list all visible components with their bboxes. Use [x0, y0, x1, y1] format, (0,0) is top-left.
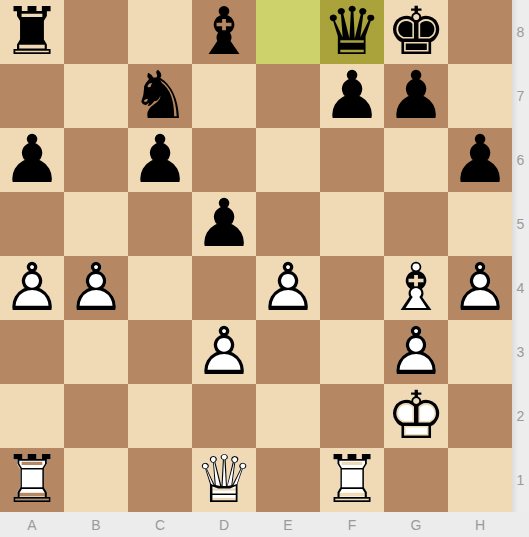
square-e2[interactable] — [256, 384, 320, 448]
file-label-h: H — [448, 512, 512, 537]
black-king-icon: ♚ — [384, 0, 448, 64]
white-pawn-icon: ♟♙ — [256, 256, 320, 320]
square-e3[interactable] — [256, 320, 320, 384]
square-a5[interactable] — [0, 192, 64, 256]
white-pawn-icon: ♟♙ — [64, 256, 128, 320]
white-bishop-icon: ♝♗ — [384, 256, 448, 320]
square-d7[interactable] — [192, 64, 256, 128]
square-a6[interactable]: ♟ — [0, 128, 64, 192]
square-g7[interactable]: ♟ — [384, 64, 448, 128]
square-g4[interactable]: ♝♗ — [384, 256, 448, 320]
square-b8[interactable] — [64, 0, 128, 64]
square-f8[interactable]: ♛ — [320, 0, 384, 64]
file-labels: ABCDEFGH — [0, 512, 529, 537]
file-label-b: B — [64, 512, 128, 537]
square-f3[interactable] — [320, 320, 384, 384]
square-f1[interactable]: ♜♖ — [320, 448, 384, 512]
file-label-g: G — [384, 512, 448, 537]
white-pawn-icon: ♟♙ — [384, 320, 448, 384]
rank-label-4: 4 — [512, 256, 529, 320]
square-h5[interactable] — [448, 192, 512, 256]
black-rook-icon: ♜ — [0, 0, 64, 64]
square-b7[interactable] — [64, 64, 128, 128]
square-f7[interactable]: ♟ — [320, 64, 384, 128]
rank-label-1: 1 — [512, 448, 529, 512]
square-c7[interactable]: ♞ — [128, 64, 192, 128]
white-pawn-icon: ♟♙ — [448, 256, 512, 320]
square-a3[interactable] — [0, 320, 64, 384]
square-h4[interactable]: ♟♙ — [448, 256, 512, 320]
square-b3[interactable] — [64, 320, 128, 384]
square-d2[interactable] — [192, 384, 256, 448]
square-h1[interactable] — [448, 448, 512, 512]
black-pawn-icon: ♟ — [128, 128, 192, 192]
square-c6[interactable]: ♟ — [128, 128, 192, 192]
square-f4[interactable] — [320, 256, 384, 320]
rank-label-2: 2 — [512, 384, 529, 448]
square-g3[interactable]: ♟♙ — [384, 320, 448, 384]
rank-label-7: 7 — [512, 64, 529, 128]
black-queen-icon: ♛ — [320, 0, 384, 64]
square-d4[interactable] — [192, 256, 256, 320]
square-e7[interactable] — [256, 64, 320, 128]
black-bishop-icon: ♝ — [192, 0, 256, 64]
square-e8[interactable] — [256, 0, 320, 64]
square-g1[interactable] — [384, 448, 448, 512]
square-a7[interactable] — [0, 64, 64, 128]
square-c8[interactable] — [128, 0, 192, 64]
square-c2[interactable] — [128, 384, 192, 448]
board: ♜♝♛♚♞♟♟♟♟♟♟♟♙♟♙♟♙♝♗♟♙♟♙♟♙♚♔♜♖♛♕♜♖ — [0, 0, 512, 512]
square-d6[interactable] — [192, 128, 256, 192]
black-pawn-icon: ♟ — [0, 128, 64, 192]
square-h8[interactable] — [448, 0, 512, 64]
square-e4[interactable]: ♟♙ — [256, 256, 320, 320]
white-rook-icon: ♜♖ — [320, 448, 384, 512]
square-d8[interactable]: ♝ — [192, 0, 256, 64]
square-b2[interactable] — [64, 384, 128, 448]
white-king-icon: ♚♔ — [384, 384, 448, 448]
square-g6[interactable] — [384, 128, 448, 192]
square-a2[interactable] — [0, 384, 64, 448]
square-b4[interactable]: ♟♙ — [64, 256, 128, 320]
square-d5[interactable]: ♟ — [192, 192, 256, 256]
square-b5[interactable] — [64, 192, 128, 256]
square-a4[interactable]: ♟♙ — [0, 256, 64, 320]
square-d1[interactable]: ♛♕ — [192, 448, 256, 512]
black-pawn-icon: ♟ — [384, 64, 448, 128]
square-f5[interactable] — [320, 192, 384, 256]
black-pawn-icon: ♟ — [320, 64, 384, 128]
square-g2[interactable]: ♚♔ — [384, 384, 448, 448]
black-knight-icon: ♞ — [128, 64, 192, 128]
file-label-e: E — [256, 512, 320, 537]
black-pawn-icon: ♟ — [448, 128, 512, 192]
rank-label-8: 8 — [512, 0, 529, 64]
square-h6[interactable]: ♟ — [448, 128, 512, 192]
square-e5[interactable] — [256, 192, 320, 256]
square-h7[interactable] — [448, 64, 512, 128]
square-a1[interactable]: ♜♖ — [0, 448, 64, 512]
square-e6[interactable] — [256, 128, 320, 192]
white-rook-icon: ♜♖ — [0, 448, 64, 512]
square-c4[interactable] — [128, 256, 192, 320]
square-b1[interactable] — [64, 448, 128, 512]
white-queen-icon: ♛♕ — [192, 448, 256, 512]
square-g8[interactable]: ♚ — [384, 0, 448, 64]
white-pawn-icon: ♟♙ — [0, 256, 64, 320]
square-h3[interactable] — [448, 320, 512, 384]
rank-label-6: 6 — [512, 128, 529, 192]
file-label-c: C — [128, 512, 192, 537]
square-c1[interactable] — [128, 448, 192, 512]
black-pawn-icon: ♟ — [192, 192, 256, 256]
file-label-a: A — [0, 512, 64, 537]
square-c3[interactable] — [128, 320, 192, 384]
square-a8[interactable]: ♜ — [0, 0, 64, 64]
square-h2[interactable] — [448, 384, 512, 448]
square-c5[interactable] — [128, 192, 192, 256]
square-f6[interactable] — [320, 128, 384, 192]
square-g5[interactable] — [384, 192, 448, 256]
square-f2[interactable] — [320, 384, 384, 448]
file-label-f: F — [320, 512, 384, 537]
square-e1[interactable] — [256, 448, 320, 512]
file-label-d: D — [192, 512, 256, 537]
rank-label-3: 3 — [512, 320, 529, 384]
rank-labels: 87654321 — [512, 0, 529, 512]
white-pawn-icon: ♟♙ — [192, 320, 256, 384]
rank-label-5: 5 — [512, 192, 529, 256]
chess-board-page: ♜♝♛♚♞♟♟♟♟♟♟♟♙♟♙♟♙♝♗♟♙♟♙♟♙♚♔♜♖♛♕♜♖ 876543… — [0, 0, 529, 537]
square-d3[interactable]: ♟♙ — [192, 320, 256, 384]
square-b6[interactable] — [64, 128, 128, 192]
